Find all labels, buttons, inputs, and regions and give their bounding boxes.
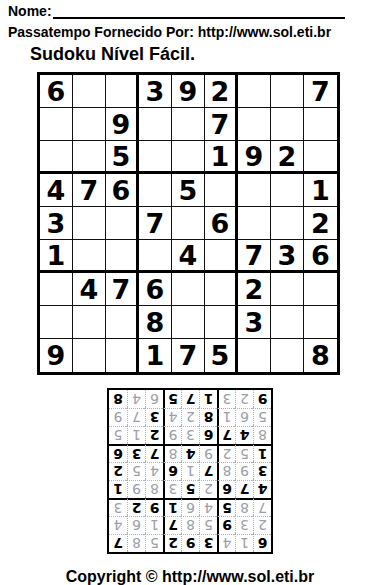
solution-cell-r7c8: 1 [127, 426, 145, 444]
page-title: Sudoku Nível Fácil. [30, 44, 372, 65]
cell-r5c4: 7 [139, 207, 172, 240]
cell-r4c2: 7 [73, 174, 106, 207]
solution-cell-r5c1: 3 [253, 462, 271, 480]
cell-r9c1: 9 [40, 339, 73, 372]
cell-r6c7: 7 [238, 240, 271, 273]
solution-cell-r4c7: 8 [145, 480, 163, 498]
worksheet-page: Nome: Passatempo Fornecido Por: http://w… [0, 0, 380, 585]
cell-r2c6: 7 [205, 108, 238, 141]
solution-cell-r4c2: 7 [235, 480, 253, 498]
solution-cell-r5c4: 7 [199, 462, 217, 480]
cell-r8c1[interactable] [40, 306, 73, 339]
solution-cell-r1c4: 3 [199, 534, 217, 552]
solution-cell-r9c5: 7 [181, 390, 199, 408]
cell-r6c4[interactable] [139, 240, 172, 273]
cell-r2c7[interactable] [238, 108, 271, 141]
cell-r4c3: 6 [106, 174, 139, 207]
solution-cell-r5c6: 6 [163, 462, 181, 480]
cell-r6c6[interactable] [205, 240, 238, 273]
solution-cell-r9c1: 9 [253, 390, 271, 408]
cell-r5c3[interactable] [106, 207, 139, 240]
solution-cell-r3c8: 2 [127, 498, 145, 516]
cell-r1c2[interactable] [73, 75, 106, 108]
solution-cell-r6c7: 7 [145, 444, 163, 462]
cell-r1c8[interactable] [271, 75, 304, 108]
solution-cell-r4c5: 5 [181, 480, 199, 498]
provider-line: Passatempo Fornecido Por: http://www.sol… [8, 24, 372, 41]
cell-r8c4: 8 [139, 306, 172, 339]
cell-r3c1[interactable] [40, 141, 73, 174]
solution-cell-r2c9: 4 [109, 516, 127, 534]
cell-r3c5[interactable] [172, 141, 205, 174]
solution-cell-r6c8: 3 [127, 444, 145, 462]
solution-cell-r9c9: 8 [109, 390, 127, 408]
cell-r8c9[interactable] [304, 306, 337, 339]
cell-r7c3: 7 [106, 273, 139, 306]
solution-cell-r1c6: 2 [163, 534, 181, 552]
solution-cell-r8c2: 6 [235, 408, 253, 426]
cell-r4c1: 4 [40, 174, 73, 207]
sudoku-solution-grid: 6143925872395871647854619234762538913987… [107, 388, 273, 554]
solution-cell-r5c8: 5 [127, 462, 145, 480]
cell-r9c5: 7 [172, 339, 205, 372]
solution-cell-r6c6: 8 [163, 444, 181, 462]
cell-r2c5[interactable] [172, 108, 205, 141]
cell-r5c6: 6 [205, 207, 238, 240]
name-label: Nome: [8, 3, 52, 19]
cell-r3c9[interactable] [304, 141, 337, 174]
cell-r9c8[interactable] [271, 339, 304, 372]
cell-r3c3: 5 [106, 141, 139, 174]
cell-r5c5[interactable] [172, 207, 205, 240]
cell-r7c9[interactable] [304, 273, 337, 306]
cell-r4c6[interactable] [205, 174, 238, 207]
cell-r4c7[interactable] [238, 174, 271, 207]
solution-cell-r2c4: 5 [199, 516, 217, 534]
solution-cell-r3c4: 4 [199, 498, 217, 516]
cell-r7c6[interactable] [205, 273, 238, 306]
cell-r3c8: 2 [271, 141, 304, 174]
solution-cell-r3c7: 9 [145, 498, 163, 516]
cell-r5c9: 2 [304, 207, 337, 240]
solution-cell-r1c5: 9 [181, 534, 199, 552]
solution-cell-r2c2: 3 [235, 516, 253, 534]
solution-cell-r3c5: 6 [181, 498, 199, 516]
cell-r1c5: 9 [172, 75, 205, 108]
name-input-line[interactable] [53, 4, 345, 19]
cell-r5c1: 3 [40, 207, 73, 240]
cell-r7c8[interactable] [271, 273, 304, 306]
cell-r7c4: 6 [139, 273, 172, 306]
cell-r7c5[interactable] [172, 273, 205, 306]
solution-cell-r3c1: 7 [253, 498, 271, 516]
solution-cell-r7c1: 8 [253, 426, 271, 444]
cell-r2c2[interactable] [73, 108, 106, 141]
solution-cell-r7c2: 4 [235, 426, 253, 444]
cell-r1c4: 3 [139, 75, 172, 108]
cell-r7c7: 2 [238, 273, 271, 306]
solution-cell-r6c5: 4 [181, 444, 199, 462]
solution-cell-r8c3: 1 [217, 408, 235, 426]
sudoku-puzzle-grid: 639279751924765137621473647628391758 [37, 72, 340, 375]
solution-cell-r7c3: 7 [217, 426, 235, 444]
cell-r9c7[interactable] [238, 339, 271, 372]
solution-cell-r1c3: 4 [217, 534, 235, 552]
solution-cell-r4c4: 2 [199, 480, 217, 498]
solution-cell-r1c8: 8 [127, 534, 145, 552]
solution-cell-r5c5: 1 [181, 462, 199, 480]
solution-cell-r9c4: 1 [199, 390, 217, 408]
cell-r8c6[interactable] [205, 306, 238, 339]
solution-cell-r1c2: 1 [235, 534, 253, 552]
solution-cell-r4c3: 6 [217, 480, 235, 498]
solution-cell-r9c3: 3 [217, 390, 235, 408]
cell-r9c4: 1 [139, 339, 172, 372]
cell-r7c1[interactable] [40, 273, 73, 306]
solution-cell-r6c9: 6 [109, 444, 127, 462]
solution-cell-r9c8: 4 [127, 390, 145, 408]
cell-r6c3[interactable] [106, 240, 139, 273]
cell-r8c5[interactable] [172, 306, 205, 339]
cell-r2c9[interactable] [304, 108, 337, 141]
solution-cell-r8c1: 5 [253, 408, 271, 426]
solution-cell-r2c8: 6 [127, 516, 145, 534]
solution-cell-r7c7: 2 [145, 426, 163, 444]
solution-cell-r6c1: 1 [253, 444, 271, 462]
solution-cell-r6c4: 9 [199, 444, 217, 462]
solution-cell-r1c1: 6 [253, 534, 271, 552]
cell-r4c5: 5 [172, 174, 205, 207]
solution-cell-r7c5: 3 [181, 426, 199, 444]
cell-r6c5: 4 [172, 240, 205, 273]
solution-cell-r5c2: 9 [235, 462, 253, 480]
solution-cell-r7c4: 6 [199, 426, 217, 444]
cell-r9c3[interactable] [106, 339, 139, 372]
solution-cell-r3c3: 5 [217, 498, 235, 516]
solution-cell-r8c9: 9 [109, 408, 127, 426]
cell-r8c3[interactable] [106, 306, 139, 339]
solution-cell-r2c5: 8 [181, 516, 199, 534]
solution-cell-r8c5: 2 [181, 408, 199, 426]
cell-r1c3[interactable] [106, 75, 139, 108]
solution-cell-r9c6: 5 [163, 390, 181, 408]
cell-r2c1[interactable] [40, 108, 73, 141]
cell-r3c6: 1 [205, 141, 238, 174]
solution-cell-r5c7: 4 [145, 462, 163, 480]
cell-r9c6: 5 [205, 339, 238, 372]
solution-cell-r4c6: 3 [163, 480, 181, 498]
cell-r4c4[interactable] [139, 174, 172, 207]
solution-cell-r8c4: 8 [199, 408, 217, 426]
cell-r6c1: 1 [40, 240, 73, 273]
cell-r4c8[interactable] [271, 174, 304, 207]
solution-cell-r7c9: 5 [109, 426, 127, 444]
cell-r3c7: 9 [238, 141, 271, 174]
solution-cell-r6c2: 5 [235, 444, 253, 462]
cell-r4c9: 1 [304, 174, 337, 207]
solution-cell-r9c7: 6 [145, 390, 163, 408]
cell-r3c4[interactable] [139, 141, 172, 174]
solution-cell-r9c2: 2 [235, 390, 253, 408]
copyright-text: Copyright © http://www.sol.eti.br [8, 567, 372, 585]
name-row: Nome: [8, 2, 372, 19]
solution-cell-r5c3: 8 [217, 462, 235, 480]
cell-r9c2[interactable] [73, 339, 106, 372]
cell-r5c8[interactable] [271, 207, 304, 240]
cell-r5c7[interactable] [238, 207, 271, 240]
cell-r3c2[interactable] [73, 141, 106, 174]
cell-r8c2[interactable] [73, 306, 106, 339]
solution-cell-r2c7: 1 [145, 516, 163, 534]
solution-cell-r6c3: 2 [217, 444, 235, 462]
cell-r6c9: 6 [304, 240, 337, 273]
cell-r1c7[interactable] [238, 75, 271, 108]
solution-cell-r8c8: 7 [127, 408, 145, 426]
solution-cell-r1c7: 5 [145, 534, 163, 552]
cell-r2c3: 9 [106, 108, 139, 141]
cell-r8c7: 3 [238, 306, 271, 339]
cell-r6c2[interactable] [73, 240, 106, 273]
solution-cell-r8c6: 4 [163, 408, 181, 426]
solution-cell-r2c3: 9 [217, 516, 235, 534]
solution-cell-r4c1: 4 [253, 480, 271, 498]
solution-cell-r3c9: 3 [109, 498, 127, 516]
cell-r1c6: 2 [205, 75, 238, 108]
cell-r9c9: 8 [304, 339, 337, 372]
solution-cell-r3c6: 1 [163, 498, 181, 516]
cell-r2c4[interactable] [139, 108, 172, 141]
solution-cell-r4c8: 9 [127, 480, 145, 498]
solution-cell-r8c7: 3 [145, 408, 163, 426]
cell-r5c2[interactable] [73, 207, 106, 240]
solution-cell-r7c6: 9 [163, 426, 181, 444]
cell-r2c8[interactable] [271, 108, 304, 141]
cell-r6c8: 3 [271, 240, 304, 273]
cell-r8c8[interactable] [271, 306, 304, 339]
solution-cell-r3c2: 8 [235, 498, 253, 516]
cell-r1c9: 7 [304, 75, 337, 108]
solution-cell-r2c6: 7 [163, 516, 181, 534]
solution-cell-r4c9: 1 [109, 480, 127, 498]
solution-cell-r1c9: 7 [109, 534, 127, 552]
cell-r1c1: 6 [40, 75, 73, 108]
cell-r7c2: 4 [73, 273, 106, 306]
solution-cell-r2c1: 2 [253, 516, 271, 534]
solution-cell-r5c9: 2 [109, 462, 127, 480]
